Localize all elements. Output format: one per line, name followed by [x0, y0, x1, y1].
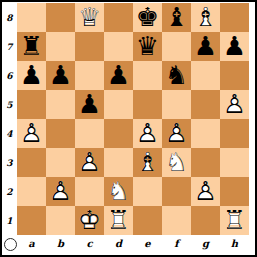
- square-e7[interactable]: ♛: [133, 32, 162, 61]
- piece-wB-e3[interactable]: ♗: [133, 148, 162, 177]
- chessboard-diagram: 87654321 ♛♕♚♝♝♗♜♛♟♟♟♟♟♞♟♟♙♟♙♟♙♟♙♟♙♝♗♞♘♟♙…: [0, 0, 257, 257]
- square-d7[interactable]: [104, 32, 133, 61]
- rank-label-6: 6: [2, 61, 17, 90]
- square-c5[interactable]: ♟: [75, 90, 104, 119]
- file-label-c: c: [75, 236, 104, 251]
- rank-label-8: 8: [2, 3, 17, 32]
- piece-bP-d6[interactable]: ♟: [104, 61, 133, 90]
- square-h2[interactable]: [220, 177, 249, 206]
- square-f4[interactable]: ♟♙: [162, 119, 191, 148]
- piece-fill-wB-e3: ♝: [133, 148, 162, 177]
- square-d5[interactable]: [104, 90, 133, 119]
- piece-wN-f3[interactable]: ♘: [162, 148, 191, 177]
- square-d4[interactable]: [104, 119, 133, 148]
- square-f1[interactable]: [162, 206, 191, 235]
- square-c3[interactable]: ♟♙: [75, 148, 104, 177]
- square-g7[interactable]: ♟: [191, 32, 220, 61]
- square-a7[interactable]: ♜: [17, 32, 46, 61]
- square-c8[interactable]: ♛♕: [75, 3, 104, 32]
- square-c1[interactable]: ♚♔: [75, 206, 104, 235]
- square-d2[interactable]: ♞♘: [104, 177, 133, 206]
- square-h4[interactable]: [220, 119, 249, 148]
- square-h3[interactable]: [220, 148, 249, 177]
- square-g8[interactable]: ♝♗: [191, 3, 220, 32]
- square-c6[interactable]: [75, 61, 104, 90]
- square-b4[interactable]: [46, 119, 75, 148]
- piece-wP-a4[interactable]: ♙: [17, 119, 46, 148]
- square-a6[interactable]: ♟: [17, 61, 46, 90]
- square-b1[interactable]: [46, 206, 75, 235]
- piece-wQ-c8[interactable]: ♕: [75, 3, 104, 32]
- square-a5[interactable]: [17, 90, 46, 119]
- square-c4[interactable]: [75, 119, 104, 148]
- file-label-h: h: [220, 236, 249, 251]
- file-label-g: g: [191, 236, 220, 251]
- rank-labels: 87654321: [2, 3, 17, 235]
- piece-fill-wR-d1: ♜: [104, 206, 133, 235]
- square-e4[interactable]: ♟♙: [133, 119, 162, 148]
- piece-fill-wP-a4: ♟: [17, 119, 46, 148]
- square-g4[interactable]: [191, 119, 220, 148]
- square-f3[interactable]: ♞♘: [162, 148, 191, 177]
- piece-bP-b6[interactable]: ♟: [46, 61, 75, 90]
- square-e8[interactable]: ♚: [133, 3, 162, 32]
- square-e1[interactable]: [133, 206, 162, 235]
- piece-fill-wP-c3: ♟: [75, 148, 104, 177]
- square-d6[interactable]: ♟: [104, 61, 133, 90]
- piece-bQ-e7[interactable]: ♛: [133, 32, 162, 61]
- piece-fill-wK-c1: ♚: [75, 206, 104, 235]
- piece-fill-wB-g8: ♝: [191, 3, 220, 32]
- square-d1[interactable]: ♜♖: [104, 206, 133, 235]
- square-h5[interactable]: ♟♙: [220, 90, 249, 119]
- piece-bB-f8[interactable]: ♝: [162, 3, 191, 32]
- piece-bK-e8[interactable]: ♚: [133, 3, 162, 32]
- square-f5[interactable]: [162, 90, 191, 119]
- file-label-f: f: [162, 236, 191, 251]
- rank-label-7: 7: [2, 32, 17, 61]
- square-h6[interactable]: [220, 61, 249, 90]
- square-f8[interactable]: ♝: [162, 3, 191, 32]
- piece-wR-d1[interactable]: ♖: [104, 206, 133, 235]
- file-label-d: d: [104, 236, 133, 251]
- square-g2[interactable]: ♟♙: [191, 177, 220, 206]
- piece-bP-a6[interactable]: ♟: [17, 61, 46, 90]
- piece-fill-wP-h5: ♟: [220, 90, 249, 119]
- piece-fill-wN-d2: ♞: [104, 177, 133, 206]
- square-h1[interactable]: ♜♖: [220, 206, 249, 235]
- piece-wP-g2[interactable]: ♙: [191, 177, 220, 206]
- square-c2[interactable]: [75, 177, 104, 206]
- file-label-e: e: [133, 236, 162, 251]
- file-label-a: a: [17, 236, 46, 251]
- file-labels: abcdefgh: [17, 236, 249, 251]
- board: ♛♕♚♝♝♗♜♛♟♟♟♟♟♞♟♟♙♟♙♟♙♟♙♟♙♝♗♞♘♟♙♞♘♟♙♚♔♜♖♜…: [17, 3, 249, 235]
- square-d3[interactable]: [104, 148, 133, 177]
- square-a2[interactable]: [17, 177, 46, 206]
- square-h8[interactable]: [220, 3, 249, 32]
- rank-label-3: 3: [2, 148, 17, 177]
- piece-bP-g7[interactable]: ♟: [191, 32, 220, 61]
- piece-wN-d2[interactable]: ♘: [104, 177, 133, 206]
- square-a8[interactable]: [17, 3, 46, 32]
- piece-fill-wP-f4: ♟: [162, 119, 191, 148]
- square-g3[interactable]: [191, 148, 220, 177]
- piece-wR-h1[interactable]: ♖: [220, 206, 249, 235]
- square-b6[interactable]: ♟: [46, 61, 75, 90]
- piece-wP-f4[interactable]: ♙: [162, 119, 191, 148]
- piece-wP-c3[interactable]: ♙: [75, 148, 104, 177]
- piece-wP-h5[interactable]: ♙: [220, 90, 249, 119]
- square-d8[interactable]: [104, 3, 133, 32]
- white-to-move-indicator: [4, 238, 17, 251]
- square-c7[interactable]: [75, 32, 104, 61]
- piece-fill-wP-g2: ♟: [191, 177, 220, 206]
- square-a1[interactable]: [17, 206, 46, 235]
- rank-label-5: 5: [2, 90, 17, 119]
- file-label-b: b: [46, 236, 75, 251]
- piece-wP-e4[interactable]: ♙: [133, 119, 162, 148]
- piece-fill-wQ-c8: ♛: [75, 3, 104, 32]
- square-f6[interactable]: ♞: [162, 61, 191, 90]
- piece-fill-wP-e4: ♟: [133, 119, 162, 148]
- square-f2[interactable]: [162, 177, 191, 206]
- square-e6[interactable]: [133, 61, 162, 90]
- rank-label-1: 1: [2, 206, 17, 235]
- square-h7[interactable]: ♟: [220, 32, 249, 61]
- square-b7[interactable]: [46, 32, 75, 61]
- square-e3[interactable]: ♝♗: [133, 148, 162, 177]
- piece-bR-a7[interactable]: ♜: [17, 32, 46, 61]
- square-g1[interactable]: [191, 206, 220, 235]
- square-g6[interactable]: [191, 61, 220, 90]
- rank-label-4: 4: [2, 119, 17, 148]
- piece-fill-wN-f3: ♞: [162, 148, 191, 177]
- piece-wB-g8[interactable]: ♗: [191, 3, 220, 32]
- square-b2[interactable]: ♟♙: [46, 177, 75, 206]
- piece-fill-wP-b2: ♟: [46, 177, 75, 206]
- square-b8[interactable]: [46, 3, 75, 32]
- square-b3[interactable]: [46, 148, 75, 177]
- piece-bP-h7[interactable]: ♟: [220, 32, 249, 61]
- rank-label-2: 2: [2, 177, 17, 206]
- piece-fill-wR-h1: ♜: [220, 206, 249, 235]
- piece-bN-f6[interactable]: ♞: [162, 61, 191, 90]
- piece-bP-c5[interactable]: ♟: [75, 90, 104, 119]
- piece-wP-b2[interactable]: ♙: [46, 177, 75, 206]
- square-b5[interactable]: [46, 90, 75, 119]
- piece-wK-c1[interactable]: ♔: [75, 206, 104, 235]
- square-a4[interactable]: ♟♙: [17, 119, 46, 148]
- square-e5[interactable]: [133, 90, 162, 119]
- square-f7[interactable]: [162, 32, 191, 61]
- square-e2[interactable]: [133, 177, 162, 206]
- square-a3[interactable]: [17, 148, 46, 177]
- square-g5[interactable]: [191, 90, 220, 119]
